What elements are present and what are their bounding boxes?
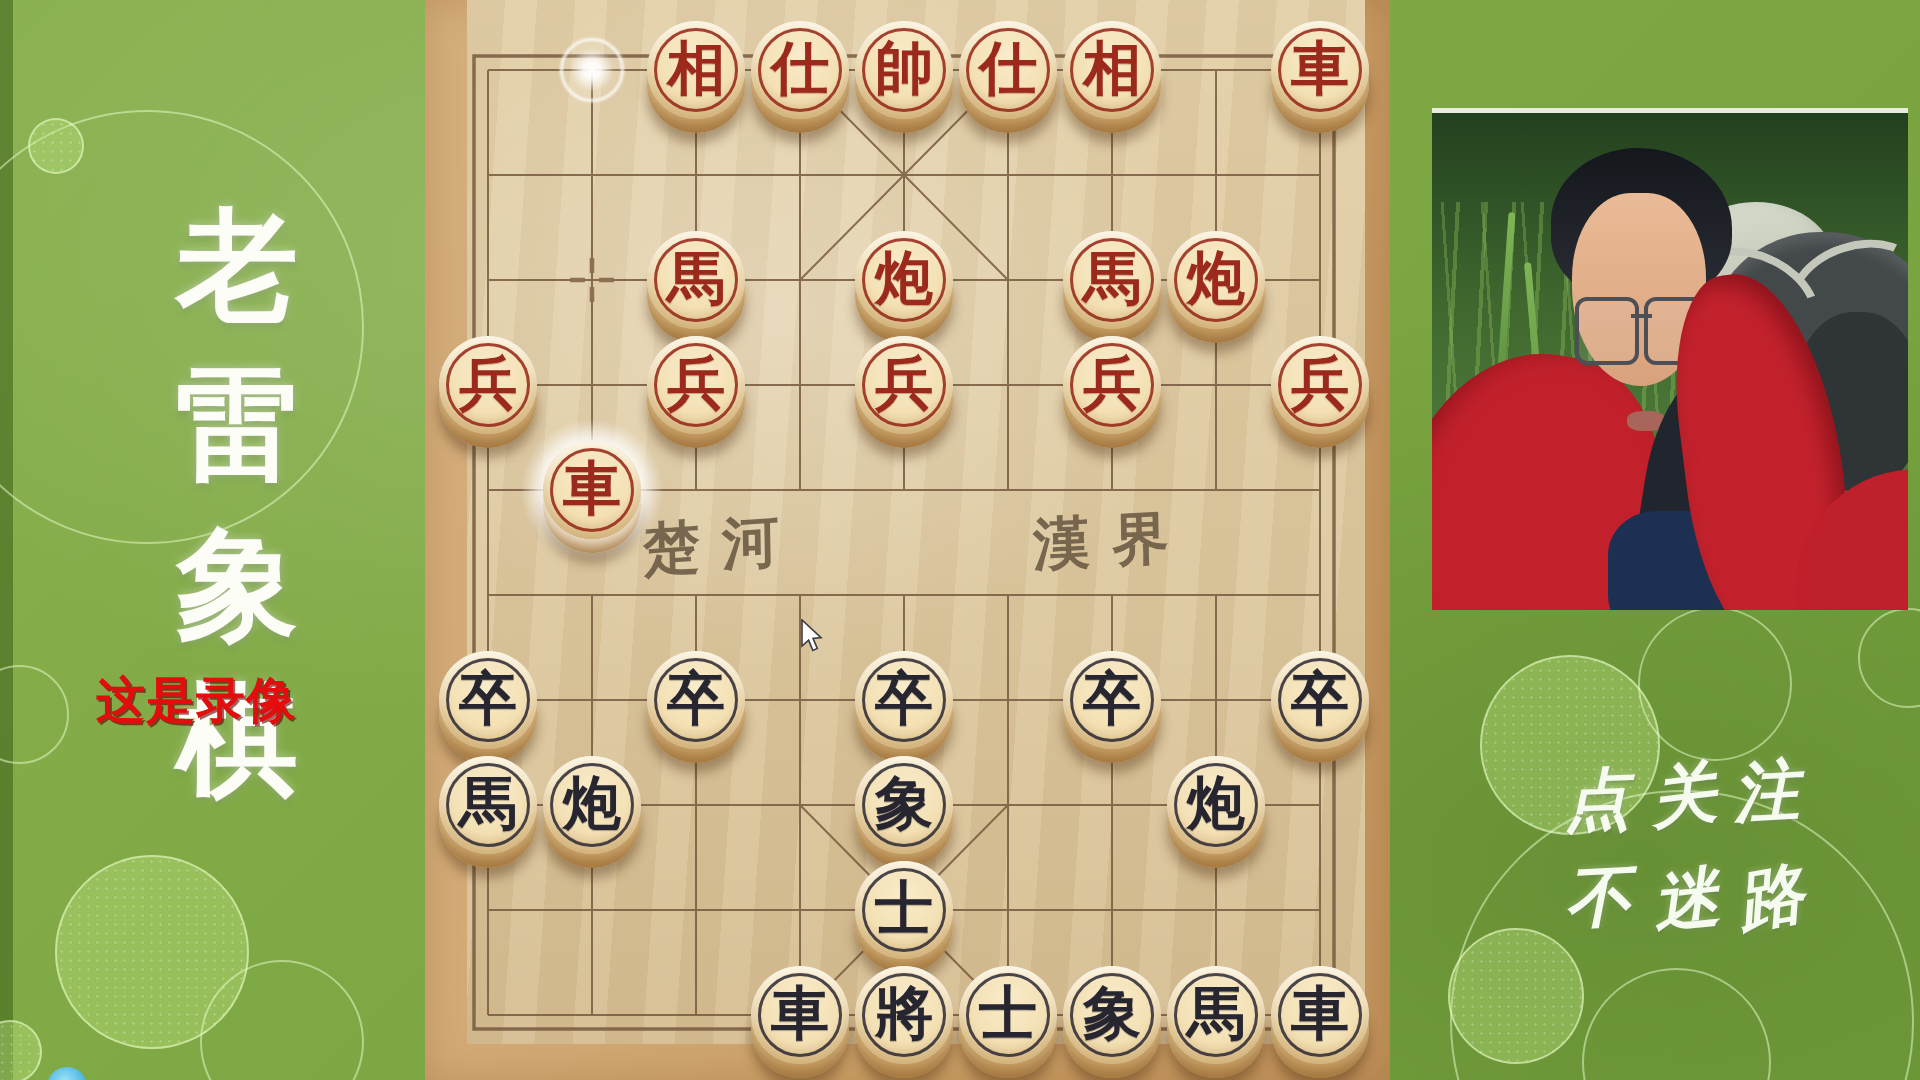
piece-black-pawn[interactable]: 卒: [439, 651, 537, 767]
piece-glyph: 兵: [459, 354, 517, 412]
piece-glyph: 卒: [875, 669, 933, 727]
slogan-line1-char: 点: [1558, 765, 1636, 834]
slogan-line1-char: 关: [1641, 758, 1724, 833]
piece-glyph: 相: [667, 39, 725, 97]
deco-circle: [55, 855, 249, 1049]
piece-glyph: 仕: [979, 39, 1037, 97]
piece-glyph: 兵: [667, 354, 725, 412]
piece-face: 相: [1063, 21, 1161, 119]
piece-face: 士: [855, 861, 953, 959]
piece-black-pawn[interactable]: 卒: [855, 651, 953, 767]
piece-black-advisor[interactable]: 士: [959, 966, 1057, 1080]
channel-title-char: 雷: [171, 363, 303, 485]
piece-black-king[interactable]: 將: [855, 966, 953, 1080]
piece-red-cannon[interactable]: 炮: [855, 231, 953, 347]
piece-glyph: 馬: [1187, 984, 1245, 1042]
piece-face: 士: [959, 966, 1057, 1064]
piece-glyph: 仕: [771, 39, 829, 97]
piece-glyph: 馬: [1083, 249, 1141, 307]
piece-glyph: 士: [875, 879, 933, 937]
piece-red-advisor[interactable]: 仕: [751, 21, 849, 137]
piece-face: 馬: [439, 756, 537, 854]
piece-glyph: 炮: [1187, 774, 1245, 832]
piece-glyph: 炮: [1187, 249, 1245, 307]
piece-glyph: 車: [771, 984, 829, 1042]
piece-red-cannon[interactable]: 炮: [1167, 231, 1265, 347]
piece-black-pawn[interactable]: 卒: [1063, 651, 1161, 767]
piece-glyph: 兵: [1291, 354, 1349, 412]
piece-glyph: 卒: [459, 669, 517, 727]
piece-face: 兵: [1271, 336, 1369, 434]
left-edge-shade: [0, 0, 13, 1080]
piece-black-horse[interactable]: 馬: [439, 756, 537, 872]
piece-black-elephant[interactable]: 象: [855, 756, 953, 872]
piece-face: 仕: [959, 21, 1057, 119]
piece-face: 車: [1271, 966, 1369, 1064]
channel-title-char: 老: [171, 204, 303, 326]
slogan-line2-char: 迷: [1645, 862, 1727, 936]
piece-black-pawn[interactable]: 卒: [1271, 651, 1369, 767]
piece-black-advisor[interactable]: 士: [855, 861, 953, 977]
piece-face: 卒: [1063, 651, 1161, 749]
piece-face: 兵: [855, 336, 953, 434]
piece-face: 卒: [855, 651, 953, 749]
slogan-line2-char: 不: [1558, 862, 1637, 932]
piece-face: 炮: [1167, 756, 1265, 854]
piece-black-rook[interactable]: 車: [1271, 966, 1369, 1080]
deco-circle: [1448, 928, 1584, 1064]
piece-glyph: 卒: [1291, 669, 1349, 727]
piece-face: 象: [855, 756, 953, 854]
piece-face: 炮: [543, 756, 641, 854]
piece-glyph: 車: [1291, 984, 1349, 1042]
piece-glyph: 馬: [459, 774, 517, 832]
piece-red-elephant[interactable]: 相: [1063, 21, 1161, 137]
piece-face: 象: [1063, 966, 1161, 1064]
piece-red-horse[interactable]: 馬: [1063, 231, 1161, 347]
piece-glyph: 象: [875, 774, 933, 832]
piece-glyph: 馬: [667, 249, 725, 307]
piece-face: 兵: [439, 336, 537, 434]
piece-black-horse[interactable]: 馬: [1167, 966, 1265, 1080]
webcam-video: [1432, 108, 1908, 610]
piece-face: 車: [1271, 21, 1369, 119]
piece-face: 車: [751, 966, 849, 1064]
river-text-han-jie: 漢界: [1033, 507, 1192, 572]
piece-face: 兵: [647, 336, 745, 434]
piece-glyph: 卒: [1083, 669, 1141, 727]
piece-glyph: 卒: [667, 669, 725, 727]
piece-black-pawn[interactable]: 卒: [647, 651, 745, 767]
piece-red-rook[interactable]: 車: [543, 441, 641, 557]
deco-circle: [1638, 607, 1792, 761]
piece-red-rook[interactable]: 車: [1271, 21, 1369, 137]
deco-circle: [1858, 608, 1920, 708]
piece-face: 將: [855, 966, 953, 1064]
piece-black-rook[interactable]: 車: [751, 966, 849, 1080]
piece-red-pawn[interactable]: 兵: [855, 336, 953, 452]
piece-face: 卒: [439, 651, 537, 749]
piece-glyph: 炮: [875, 249, 933, 307]
piece-face: 馬: [1063, 231, 1161, 329]
piece-red-pawn[interactable]: 兵: [439, 336, 537, 452]
piece-glyph: 象: [1083, 984, 1141, 1042]
slogan-line2-char: 路: [1727, 858, 1813, 936]
piece-face: 卒: [647, 651, 745, 749]
channel-title-char: 象: [171, 523, 303, 645]
piece-glyph: 帥: [875, 39, 933, 97]
corner-logo: [47, 1067, 87, 1080]
piece-face: 炮: [855, 231, 953, 329]
piece-glyph: 車: [1291, 39, 1349, 97]
deco-circle: [1582, 968, 1771, 1080]
piece-red-pawn[interactable]: 兵: [1063, 336, 1161, 452]
piece-face: 兵: [1063, 336, 1161, 434]
stream-frame: 老雷象棋 这是录像 楚河 漢界 相仕帥仕相車馬炮馬炮兵兵兵兵: [0, 0, 1920, 1080]
piece-glyph: 將: [875, 984, 933, 1042]
piece-face: 炮: [1167, 231, 1265, 329]
piece-red-horse[interactable]: 馬: [647, 231, 745, 347]
recording-watermark: 这是录像: [96, 676, 296, 725]
piece-black-cannon[interactable]: 炮: [543, 756, 641, 872]
piece-glyph: 兵: [875, 354, 933, 412]
piece-glyph: 車: [563, 459, 621, 517]
deco-circle: [28, 118, 84, 174]
piece-red-pawn[interactable]: 兵: [1271, 336, 1369, 452]
piece-face: 車: [543, 441, 641, 539]
deco-circle: [200, 960, 364, 1080]
piece-glyph: 炮: [563, 774, 621, 832]
glasses-bridge: [1631, 314, 1652, 318]
piece-face: 相: [647, 21, 745, 119]
piece-black-cannon[interactable]: 炮: [1167, 756, 1265, 872]
piece-face: 卒: [1271, 651, 1369, 749]
piece-red-advisor[interactable]: 仕: [959, 21, 1057, 137]
piece-face: 仕: [751, 21, 849, 119]
piece-face: 馬: [647, 231, 745, 329]
river-text-chu-he: 楚河: [643, 509, 802, 577]
piece-red-elephant[interactable]: 相: [647, 21, 745, 137]
piece-black-elephant[interactable]: 象: [1063, 966, 1161, 1080]
slogan-line1-char: 注: [1726, 756, 1805, 826]
piece-face: 帥: [855, 21, 953, 119]
lens: [1575, 297, 1639, 365]
piece-glyph: 相: [1083, 39, 1141, 97]
piece-red-pawn[interactable]: 兵: [647, 336, 745, 452]
piece-red-king[interactable]: 帥: [855, 21, 953, 137]
piece-glyph: 士: [979, 984, 1037, 1042]
piece-glyph: 兵: [1083, 354, 1141, 412]
piece-face: 馬: [1167, 966, 1265, 1064]
